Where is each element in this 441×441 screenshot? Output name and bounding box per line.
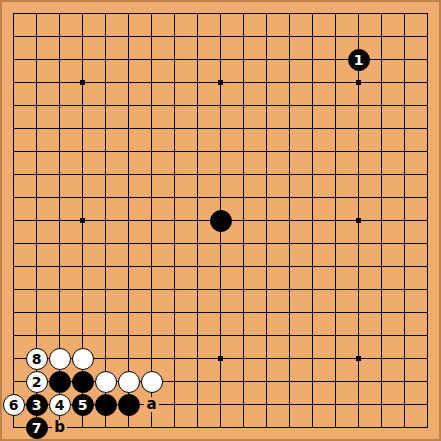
hoshi-point	[80, 80, 85, 85]
stone-black	[95, 394, 117, 416]
grid-line-horizontal	[13, 335, 428, 336]
hoshi-point	[356, 218, 361, 223]
stone-black-5: 5	[72, 394, 94, 416]
stone-white-8: 8	[26, 348, 48, 370]
point-label-b: b	[52, 420, 67, 435]
stone-black	[72, 371, 94, 393]
grid-line-vertical	[335, 13, 336, 428]
grid-line-vertical	[243, 13, 244, 428]
stone-black	[118, 394, 140, 416]
hoshi-point	[80, 218, 85, 223]
grid-line-horizontal	[13, 289, 428, 290]
stone-black-1: 1	[348, 49, 370, 71]
go-board: 18263457 ab	[0, 0, 441, 441]
hoshi-point	[218, 356, 223, 361]
hoshi-point	[356, 356, 361, 361]
stone-white-2: 2	[26, 371, 48, 393]
grid-line-vertical	[427, 13, 428, 428]
grid-line-horizontal	[13, 427, 428, 428]
grid-line-vertical	[266, 13, 267, 428]
stone-white	[118, 371, 140, 393]
hoshi-point	[218, 80, 223, 85]
stone-white	[141, 371, 163, 393]
grid-line-vertical	[312, 13, 313, 428]
grid-line-vertical	[381, 13, 382, 428]
stone-black-3: 3	[26, 394, 48, 416]
stone-white	[95, 371, 117, 393]
stone-black	[49, 371, 71, 393]
stone-white	[72, 348, 94, 370]
grid-line-vertical	[289, 13, 290, 428]
stone-white-6: 6	[3, 394, 25, 416]
grid-line-horizontal	[13, 266, 428, 267]
grid-line-horizontal	[13, 243, 428, 244]
grid-line-vertical	[404, 13, 405, 428]
stone-black-7: 7	[26, 417, 48, 439]
hoshi-point	[356, 80, 361, 85]
stone-white-4: 4	[49, 394, 71, 416]
stone-black	[210, 210, 232, 232]
point-label-a: a	[144, 397, 159, 412]
stone-white	[49, 348, 71, 370]
grid-line-horizontal	[13, 312, 428, 313]
